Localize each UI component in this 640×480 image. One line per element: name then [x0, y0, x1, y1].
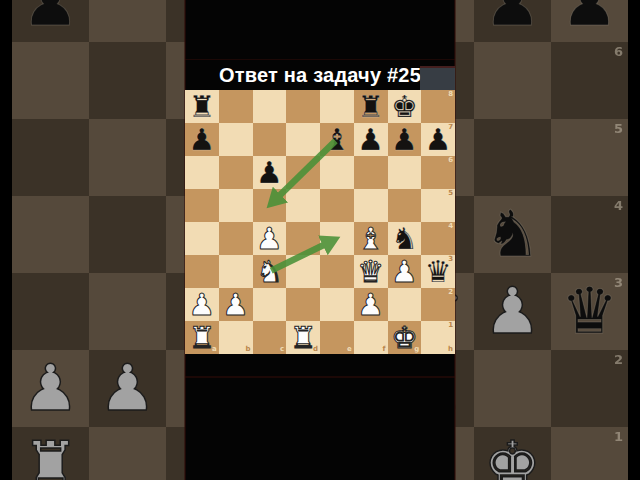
file-label-b: b [245, 346, 250, 353]
square-a5 [185, 189, 219, 222]
square-g2 [388, 288, 422, 321]
square-a3 [12, 273, 89, 350]
square-a6 [185, 156, 219, 189]
board-squares: ♜♜♚8♟♝♟♟♟7♟65♟♝♞4♞♛♟♛3♟♟♟2♜abc♜def♚g1h [185, 90, 455, 354]
square-h1: 1h [421, 321, 455, 354]
square-d1: ♜d [286, 321, 320, 354]
rank-label-5: 5 [448, 190, 453, 197]
square-a7: ♟ [12, 0, 89, 42]
black-pawn-g7-icon: ♟ [388, 123, 422, 156]
square-h6: 6 [551, 42, 628, 119]
white-pawn-b2-icon: ♟ [89, 350, 166, 427]
square-c7 [253, 123, 287, 156]
rank-label-6: 6 [448, 157, 453, 164]
square-h5: 5 [421, 189, 455, 222]
overlay-artifact [420, 66, 455, 90]
square-a2: ♟ [185, 288, 219, 321]
square-f1: f [354, 321, 388, 354]
square-a5 [12, 119, 89, 196]
square-c4: ♟ [253, 222, 287, 255]
file-label-h: h [448, 346, 453, 353]
square-a2: ♟ [12, 350, 89, 427]
square-e4 [320, 222, 354, 255]
square-f3: ♛ [354, 255, 388, 288]
rank-label-4: 4 [448, 223, 453, 230]
rank-label-2: 2 [448, 289, 453, 296]
square-a1: ♜ [12, 427, 89, 480]
square-a4 [12, 196, 89, 273]
white-pawn-g3-icon: ♟ [388, 255, 422, 288]
square-d8 [286, 90, 320, 123]
white-pawn-g3-icon: ♟ [474, 273, 551, 350]
square-c8 [253, 90, 287, 123]
black-knight-g4-icon: ♞ [388, 222, 422, 255]
square-e8 [320, 90, 354, 123]
square-h2: 2 [421, 288, 455, 321]
square-e6 [320, 156, 354, 189]
square-b7 [89, 0, 166, 42]
square-g4: ♞ [474, 196, 551, 273]
square-g8: ♚ [388, 90, 422, 123]
black-pawn-a7-icon: ♟ [185, 123, 219, 156]
square-b1: b [219, 321, 253, 354]
rank-label-7: 7 [448, 124, 453, 131]
black-pawn-g7-icon: ♟ [474, 0, 551, 42]
file-label-d: d [313, 346, 318, 353]
black-king-g8-icon: ♚ [388, 90, 422, 123]
white-pawn-a2-icon: ♟ [185, 288, 219, 321]
black-pawn-c6-icon: ♟ [253, 156, 287, 189]
square-h7: ♟7 [421, 123, 455, 156]
white-pawn-a2-icon: ♟ [12, 350, 89, 427]
square-h4: 4 [551, 196, 628, 273]
square-b1 [89, 427, 166, 480]
square-f6 [354, 156, 388, 189]
file-label-c: c [280, 346, 284, 353]
square-g4: ♞ [388, 222, 422, 255]
white-bishop-f4-icon: ♝ [354, 222, 388, 255]
white-pawn-c4-icon: ♟ [253, 222, 287, 255]
square-d2 [286, 288, 320, 321]
center-column: Ответ на задачу #25 ♜♜♚8♟♝♟♟♟7♟65♟♝♞4♞♛♟… [185, 0, 455, 480]
square-e5 [320, 189, 354, 222]
square-g3: ♟ [388, 255, 422, 288]
square-c5 [253, 189, 287, 222]
black-knight-g4-icon: ♞ [474, 196, 551, 273]
file-label-a: a [212, 346, 217, 353]
square-g3: ♟ [474, 273, 551, 350]
square-f8: ♜ [354, 90, 388, 123]
square-b5 [219, 189, 253, 222]
square-b3 [219, 255, 253, 288]
black-pawn-h7-icon: ♟ [551, 0, 628, 42]
square-h3: ♛3 [421, 255, 455, 288]
square-a1: ♜a [185, 321, 219, 354]
square-h3: ♛3 [551, 273, 628, 350]
square-g6 [388, 156, 422, 189]
rank-label-6: 6 [614, 45, 623, 58]
square-b2: ♟ [219, 288, 253, 321]
square-d3 [286, 255, 320, 288]
file-label-e: e [347, 346, 352, 353]
square-h2: 2 [551, 350, 628, 427]
square-e1: e [320, 321, 354, 354]
square-d7 [286, 123, 320, 156]
square-f5 [354, 189, 388, 222]
rank-label-3: 3 [448, 256, 453, 263]
square-b3 [89, 273, 166, 350]
square-e2 [320, 288, 354, 321]
square-f4: ♝ [354, 222, 388, 255]
white-pawn-b2-icon: ♟ [219, 288, 253, 321]
black-rook-f8-icon: ♜ [354, 90, 388, 123]
rank-label-5: 5 [614, 122, 623, 135]
square-c3: ♞ [253, 255, 287, 288]
square-b4 [89, 196, 166, 273]
black-rook-a8-icon: ♜ [185, 90, 219, 123]
file-label-g: g [414, 346, 419, 353]
square-b2: ♟ [89, 350, 166, 427]
square-a7: ♟ [185, 123, 219, 156]
video-frame: ♜♜♚8♟♝♟♟♟7♟65♟♝♞4♞♛♟♛3♟♟♟2♜♜♚1 Ответ на … [0, 0, 640, 480]
square-g5 [388, 189, 422, 222]
square-h7: ♟7 [551, 0, 628, 42]
file-label-f: f [382, 346, 385, 353]
chess-board: ♜♜♚8♟♝♟♟♟7♟65♟♝♞4♞♛♟♛3♟♟♟2♜abc♜def♚g1h [185, 90, 455, 354]
square-e7: ♝ [320, 123, 354, 156]
rank-label-8: 8 [448, 91, 453, 98]
square-d6 [286, 156, 320, 189]
square-f2: ♟ [354, 288, 388, 321]
square-b8 [219, 90, 253, 123]
white-knight-c3-icon: ♞ [253, 255, 287, 288]
black-pawn-f7-icon: ♟ [354, 123, 388, 156]
square-g7: ♟ [474, 0, 551, 42]
square-e3 [320, 255, 354, 288]
rank-label-2: 2 [614, 353, 623, 366]
edge-artifact-bottom [185, 376, 455, 378]
square-h1: 1 [551, 427, 628, 480]
square-a4 [185, 222, 219, 255]
square-g1: ♚ [474, 427, 551, 480]
square-g2 [474, 350, 551, 427]
square-c2 [253, 288, 287, 321]
white-rook-a1-icon: ♜ [12, 427, 89, 480]
rank-label-3: 3 [614, 276, 623, 289]
white-king-g1-icon: ♚ [474, 427, 551, 480]
rank-label-1: 1 [614, 430, 623, 443]
video-title: Ответ на задачу #25 [185, 61, 455, 89]
square-h4: 4 [421, 222, 455, 255]
black-pawn-a7-icon: ♟ [12, 0, 89, 42]
square-c6: ♟ [253, 156, 287, 189]
rank-label-4: 4 [614, 199, 623, 212]
square-f7: ♟ [354, 123, 388, 156]
white-pawn-f2-icon: ♟ [354, 288, 388, 321]
black-bishop-e7-icon: ♝ [320, 123, 354, 156]
edge-artifact-top [185, 59, 455, 60]
square-a8: ♜ [185, 90, 219, 123]
square-g6 [474, 42, 551, 119]
square-b5 [89, 119, 166, 196]
square-b4 [219, 222, 253, 255]
square-b7 [219, 123, 253, 156]
square-d4 [286, 222, 320, 255]
square-g7: ♟ [388, 123, 422, 156]
square-h5: 5 [551, 119, 628, 196]
square-c1: c [253, 321, 287, 354]
square-a3 [185, 255, 219, 288]
square-g5 [474, 119, 551, 196]
square-h6: 6 [421, 156, 455, 189]
square-a6 [12, 42, 89, 119]
square-b6 [219, 156, 253, 189]
square-h8: 8 [421, 90, 455, 123]
square-d5 [286, 189, 320, 222]
rank-label-1: 1 [448, 322, 453, 329]
white-queen-f3-icon: ♛ [354, 255, 388, 288]
square-b6 [89, 42, 166, 119]
square-g1: ♚g [388, 321, 422, 354]
